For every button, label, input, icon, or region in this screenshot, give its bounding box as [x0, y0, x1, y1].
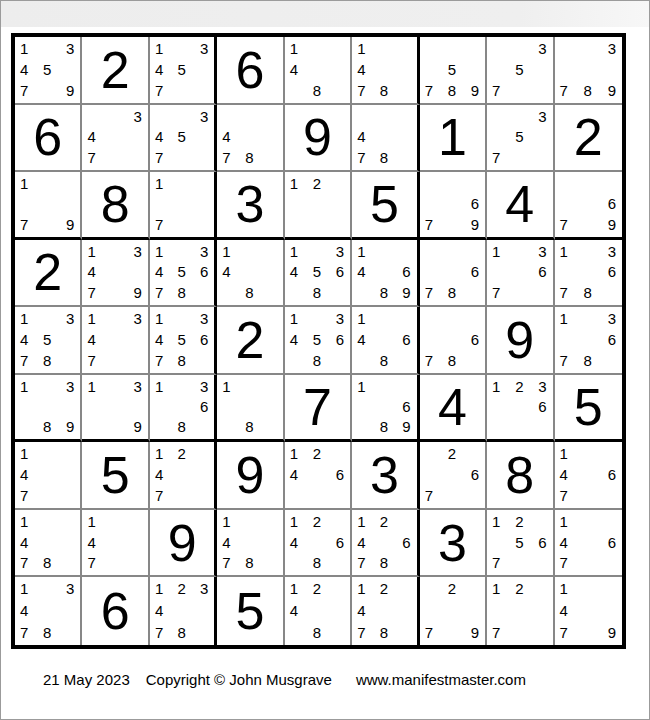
candidate-digit: 7 [560, 625, 568, 640]
cell-r2c6[interactable]: 478 [352, 105, 419, 173]
candidate-digit: 4 [357, 129, 365, 144]
candidate-digit: 7 [87, 285, 95, 300]
cell-r7c6[interactable]: 3 [352, 442, 419, 510]
candidate-digit: 8 [43, 555, 51, 570]
candidate-digit: 9 [608, 83, 616, 98]
candidate-digit: 4 [560, 467, 568, 482]
candidate-digit: 9 [402, 419, 410, 434]
cell-r2c5[interactable]: 9 [285, 105, 352, 173]
candidate-digit: 1 [290, 581, 298, 596]
given-digit: 8 [487, 442, 552, 508]
candidate-digit: 7 [425, 285, 433, 300]
candidate-digit: 1 [560, 514, 568, 529]
cell-r1c6[interactable]: 1478 [352, 37, 419, 105]
candidate-digit: 4 [20, 62, 28, 77]
candidate-digit: 8 [313, 83, 321, 98]
cell-r4c8[interactable]: 1367 [487, 240, 554, 308]
candidate-digit: 7 [492, 625, 500, 640]
candidate-digit: 7 [357, 150, 365, 165]
candidate-digit: 3 [538, 109, 546, 124]
candidate-digit: 5 [177, 62, 185, 77]
candidate-digit: 8 [380, 285, 388, 300]
candidate-digit: 2 [515, 581, 523, 596]
candidate-digit: 9 [608, 217, 616, 232]
cell-r7c2[interactable]: 5 [82, 442, 149, 510]
pencil-marks: 123478 [150, 577, 214, 645]
candidate-digit: 7 [560, 285, 568, 300]
pencil-marks: 13678 [555, 240, 622, 306]
candidate-digit: 6 [608, 535, 616, 550]
candidate-digit: 7 [87, 555, 95, 570]
candidate-digit: 6 [471, 196, 479, 211]
cell-r2c1[interactable]: 6 [15, 105, 82, 173]
pencil-marks: 1467 [555, 442, 622, 508]
candidate-digit: 1 [155, 581, 163, 596]
candidate-digit: 1 [357, 41, 365, 56]
cell-r8c8[interactable]: 12567 [487, 510, 554, 578]
cell-r3c1[interactable]: 179 [15, 172, 82, 240]
candidate-digit: 6 [402, 535, 410, 550]
cell-r4c2[interactable]: 13479 [82, 240, 149, 308]
candidate-digit: 4 [20, 535, 28, 550]
cell-r7c3[interactable]: 1247 [150, 442, 217, 510]
pencil-marks: 17 [150, 172, 214, 237]
candidate-digit: 4 [20, 467, 28, 482]
candidate-digit: 7 [20, 555, 28, 570]
candidate-digit: 1 [155, 176, 163, 191]
cell-r5c7[interactable]: 678 [420, 307, 487, 375]
candidate-digit: 1 [20, 581, 28, 596]
cell-r5c4[interactable]: 2 [217, 307, 284, 375]
cell-r9c4[interactable]: 5 [217, 577, 284, 645]
candidate-digit: 4 [87, 264, 95, 279]
candidate-digit: 4 [357, 62, 365, 77]
pencil-marks: 12478 [352, 577, 416, 645]
candidate-digit: 6 [471, 332, 479, 347]
candidate-digit: 8 [448, 83, 456, 98]
candidate-digit: 1 [222, 379, 230, 394]
candidate-digit: 3 [608, 311, 616, 326]
cell-r6c2[interactable]: 139 [82, 375, 149, 443]
cell-r7c8[interactable]: 8 [487, 442, 554, 510]
pencil-marks: 679 [420, 172, 485, 237]
pencil-marks: 1478 [15, 510, 80, 576]
cell-r8c4[interactable]: 1478 [217, 510, 284, 578]
footer: 21 May 2023Copyright © John Musgravewww.… [43, 671, 526, 688]
candidate-digit: 8 [380, 83, 388, 98]
cell-r3c7[interactable]: 679 [420, 172, 487, 240]
footer-website: www.manifestmaster.com [356, 671, 526, 688]
page-header-strip [1, 1, 649, 27]
cell-r9c2[interactable]: 6 [82, 577, 149, 645]
given-digit: 1 [420, 105, 485, 171]
candidate-digit: 7 [20, 488, 28, 503]
candidate-digit: 7 [87, 353, 95, 368]
candidate-digit: 8 [245, 555, 253, 570]
cell-r3c8[interactable]: 4 [487, 172, 554, 240]
candidate-digit: 6 [336, 467, 344, 482]
given-digit: 9 [285, 105, 350, 171]
candidate-digit: 7 [20, 353, 28, 368]
given-digit: 4 [420, 375, 485, 440]
cell-r6c9[interactable]: 5 [555, 375, 622, 443]
candidate-digit: 7 [222, 555, 230, 570]
pencil-marks: 18 [217, 375, 282, 440]
candidate-digit: 6 [608, 332, 616, 347]
pencil-marks: 1345678 [150, 307, 214, 373]
cell-r6c4[interactable]: 18 [217, 375, 284, 443]
cell-r1c3[interactable]: 13457 [150, 37, 217, 105]
pencil-marks: 13678 [555, 307, 622, 373]
candidate-digit: 4 [290, 535, 298, 550]
candidate-digit: 7 [560, 488, 568, 503]
candidate-digit: 4 [222, 129, 230, 144]
candidate-digit: 4 [290, 467, 298, 482]
candidate-digit: 4 [357, 535, 365, 550]
candidate-digit: 7 [560, 353, 568, 368]
candidate-digit: 4 [20, 332, 28, 347]
cell-r1c9[interactable]: 3789 [555, 37, 622, 105]
pencil-marks: 1478 [217, 510, 282, 576]
pencil-marks: 5789 [420, 37, 485, 103]
candidate-digit: 7 [155, 488, 163, 503]
candidate-digit: 6 [538, 535, 546, 550]
cell-r1c1[interactable]: 134579 [15, 37, 82, 105]
pencil-marks: 357 [487, 105, 552, 171]
candidate-digit: 1 [290, 514, 298, 529]
cell-r2c4[interactable]: 478 [217, 105, 284, 173]
candidate-digit: 4 [222, 535, 230, 550]
candidate-digit: 4 [357, 603, 365, 618]
candidate-digit: 7 [492, 150, 500, 165]
pencil-marks: 679 [555, 172, 622, 237]
candidate-digit: 3 [200, 379, 208, 394]
candidate-digit: 9 [134, 285, 142, 300]
candidate-digit: 3 [200, 581, 208, 596]
candidate-digit: 1 [290, 176, 298, 191]
pencil-marks: 127 [487, 577, 552, 645]
candidate-digit: 7 [492, 285, 500, 300]
cell-r6c5[interactable]: 7 [285, 375, 352, 443]
given-digit: 9 [217, 442, 282, 508]
pencil-marks: 1468 [352, 307, 416, 373]
candidate-digit: 1 [20, 514, 28, 529]
pencil-marks: 1479 [555, 577, 622, 645]
candidate-digit: 1 [357, 581, 365, 596]
given-digit: 9 [150, 510, 214, 576]
candidate-digit: 1 [87, 244, 95, 259]
candidate-digit: 7 [87, 150, 95, 165]
candidate-digit: 8 [448, 353, 456, 368]
pencil-marks: 279 [420, 577, 485, 645]
candidate-digit: 9 [471, 83, 479, 98]
given-digit: 7 [285, 375, 350, 440]
pencil-marks: 134568 [285, 240, 350, 306]
candidate-digit: 6 [336, 264, 344, 279]
candidate-digit: 2 [515, 514, 523, 529]
candidate-digit: 7 [560, 83, 568, 98]
cell-r2c8[interactable]: 357 [487, 105, 554, 173]
pencil-marks: 124678 [352, 510, 416, 576]
cell-r4c7[interactable]: 678 [420, 240, 487, 308]
candidate-digit: 9 [66, 83, 74, 98]
candidate-digit: 2 [515, 379, 523, 394]
candidate-digit: 1 [20, 176, 28, 191]
candidate-digit: 3 [200, 311, 208, 326]
candidate-digit: 8 [584, 285, 592, 300]
candidate-digit: 1 [155, 379, 163, 394]
candidate-digit: 4 [20, 603, 28, 618]
candidate-digit: 8 [177, 625, 185, 640]
cell-r5c8[interactable]: 9 [487, 307, 554, 375]
cell-r6c3[interactable]: 1368 [150, 375, 217, 443]
candidate-digit: 6 [336, 332, 344, 347]
cell-r8c7[interactable]: 3 [420, 510, 487, 578]
candidate-digit: 6 [402, 399, 410, 414]
cell-r9c1[interactable]: 13478 [15, 577, 82, 645]
cell-r3c4[interactable]: 3 [217, 172, 284, 240]
sudoku-board: 1345792134576148147857893573789634734574… [11, 33, 626, 649]
candidate-digit: 1 [492, 581, 500, 596]
candidate-digit: 1 [155, 311, 163, 326]
candidate-digit: 4 [560, 603, 568, 618]
cell-r8c9[interactable]: 1467 [555, 510, 622, 578]
candidate-digit: 7 [20, 217, 28, 232]
candidate-digit: 7 [560, 555, 568, 570]
candidate-digit: 6 [402, 264, 410, 279]
pencil-marks: 1689 [352, 375, 416, 440]
pencil-marks: 1246 [285, 442, 350, 508]
candidate-digit: 6 [471, 467, 479, 482]
cell-r2c7[interactable]: 1 [420, 105, 487, 173]
given-digit: 9 [487, 307, 552, 373]
candidate-digit: 1 [492, 514, 500, 529]
candidate-digit: 4 [155, 62, 163, 77]
candidate-digit: 7 [357, 555, 365, 570]
candidate-digit: 7 [492, 555, 500, 570]
candidate-digit: 4 [357, 264, 365, 279]
candidate-digit: 7 [425, 353, 433, 368]
cell-r3c9[interactable]: 679 [555, 172, 622, 240]
candidate-digit: 4 [560, 535, 568, 550]
candidate-digit: 3 [336, 311, 344, 326]
pencil-marks: 148 [285, 37, 350, 103]
pencil-marks: 678 [420, 240, 485, 306]
candidate-digit: 1 [155, 41, 163, 56]
candidate-digit: 8 [313, 285, 321, 300]
candidate-digit: 1 [492, 379, 500, 394]
candidate-digit: 2 [380, 514, 388, 529]
candidate-digit: 8 [584, 353, 592, 368]
cell-r6c8[interactable]: 1236 [487, 375, 554, 443]
pencil-marks: 148 [217, 240, 282, 306]
cell-r9c6[interactable]: 12478 [352, 577, 419, 645]
cell-r7c9[interactable]: 1467 [555, 442, 622, 510]
candidate-digit: 3 [608, 244, 616, 259]
pencil-marks: 1467 [555, 510, 622, 576]
candidate-digit: 1 [290, 244, 298, 259]
pencil-marks: 1478 [352, 37, 416, 103]
cell-r2c2[interactable]: 347 [82, 105, 149, 173]
candidate-digit: 2 [380, 581, 388, 596]
given-digit: 5 [555, 375, 622, 440]
candidate-digit: 6 [538, 399, 546, 414]
cell-r7c7[interactable]: 267 [420, 442, 487, 510]
candidate-digit: 1 [492, 244, 500, 259]
cell-r1c5[interactable]: 148 [285, 37, 352, 105]
cell-r1c2[interactable]: 2 [82, 37, 149, 105]
given-digit: 5 [82, 442, 147, 508]
footer-date: 21 May 2023 [43, 671, 130, 688]
cell-r4c5[interactable]: 134568 [285, 240, 352, 308]
candidate-digit: 9 [134, 419, 142, 434]
cell-r5c3[interactable]: 1345678 [150, 307, 217, 375]
given-digit: 4 [487, 172, 552, 237]
cell-r2c9[interactable]: 2 [555, 105, 622, 173]
cell-r6c1[interactable]: 1389 [15, 375, 82, 443]
candidate-digit: 6 [471, 264, 479, 279]
cell-r5c5[interactable]: 134568 [285, 307, 352, 375]
cell-r9c5[interactable]: 1248 [285, 577, 352, 645]
given-digit: 2 [555, 105, 622, 171]
candidate-digit: 8 [177, 353, 185, 368]
given-digit: 6 [15, 105, 80, 171]
pencil-marks: 13479 [82, 240, 147, 306]
candidate-digit: 8 [177, 285, 185, 300]
cell-r5c1[interactable]: 134578 [15, 307, 82, 375]
pencil-marks: 1345678 [150, 240, 214, 306]
candidate-digit: 8 [448, 285, 456, 300]
candidate-digit: 1 [87, 379, 95, 394]
cell-r7c5[interactable]: 1246 [285, 442, 352, 510]
candidate-digit: 2 [177, 581, 185, 596]
cell-r6c6[interactable]: 1689 [352, 375, 419, 443]
candidate-digit: 1 [357, 379, 365, 394]
pencil-marks: 147 [15, 442, 80, 508]
cell-r1c8[interactable]: 357 [487, 37, 554, 105]
cell-r3c2[interactable]: 8 [82, 172, 149, 240]
cell-r4c9[interactable]: 13678 [555, 240, 622, 308]
candidate-digit: 1 [357, 311, 365, 326]
candidate-digit: 7 [155, 625, 163, 640]
pencil-marks: 478 [217, 105, 282, 171]
pencil-marks: 13478 [15, 577, 80, 645]
candidate-digit: 8 [380, 353, 388, 368]
cell-r6c7[interactable]: 4 [420, 375, 487, 443]
candidate-digit: 2 [313, 581, 321, 596]
candidate-digit: 4 [290, 603, 298, 618]
candidate-digit: 5 [448, 62, 456, 77]
candidate-digit: 7 [155, 150, 163, 165]
cell-r7c4[interactable]: 9 [217, 442, 284, 510]
candidate-digit: 9 [608, 625, 616, 640]
cell-r5c6[interactable]: 1468 [352, 307, 419, 375]
cell-r1c4[interactable]: 6 [217, 37, 284, 105]
cell-r8c1[interactable]: 1478 [15, 510, 82, 578]
candidate-digit: 1 [290, 446, 298, 461]
candidate-digit: 5 [515, 62, 523, 77]
candidate-digit: 9 [471, 217, 479, 232]
pencil-marks: 1389 [15, 375, 80, 440]
pencil-marks: 134578 [15, 307, 80, 373]
candidate-digit: 8 [380, 555, 388, 570]
candidate-digit: 8 [43, 419, 51, 434]
cell-r3c3[interactable]: 17 [150, 172, 217, 240]
cell-r9c8[interactable]: 127 [487, 577, 554, 645]
candidate-digit: 8 [584, 83, 592, 98]
cell-r5c2[interactable]: 1347 [82, 307, 149, 375]
cell-r3c5[interactable]: 12 [285, 172, 352, 240]
pencil-marks: 1247 [150, 442, 214, 508]
cell-r9c3[interactable]: 123478 [150, 577, 217, 645]
candidate-digit: 2 [448, 446, 456, 461]
candidate-digit: 8 [43, 353, 51, 368]
candidate-digit: 3 [134, 311, 142, 326]
given-digit: 2 [217, 307, 282, 373]
cell-r9c7[interactable]: 279 [420, 577, 487, 645]
candidate-digit: 9 [66, 419, 74, 434]
given-digit: 3 [352, 442, 416, 508]
candidate-digit: 9 [402, 285, 410, 300]
candidate-digit: 3 [538, 379, 546, 394]
candidate-digit: 8 [380, 625, 388, 640]
candidate-digit: 4 [155, 603, 163, 618]
candidate-digit: 7 [20, 83, 28, 98]
candidate-digit: 7 [357, 83, 365, 98]
cell-r8c2[interactable]: 147 [82, 510, 149, 578]
candidate-digit: 1 [87, 514, 95, 529]
pencil-marks: 147 [82, 510, 147, 576]
candidate-digit: 1 [20, 41, 28, 56]
cell-r5c9[interactable]: 13678 [555, 307, 622, 375]
cell-r4c4[interactable]: 148 [217, 240, 284, 308]
cell-r1c7[interactable]: 5789 [420, 37, 487, 105]
candidate-digit: 5 [43, 332, 51, 347]
candidate-digit: 5 [177, 332, 185, 347]
pencil-marks: 3789 [555, 37, 622, 103]
cell-r3c6[interactable]: 5 [352, 172, 419, 240]
candidate-digit: 1 [560, 244, 568, 259]
cell-r8c5[interactable]: 12468 [285, 510, 352, 578]
candidate-digit: 6 [608, 264, 616, 279]
candidate-digit: 1 [290, 311, 298, 326]
cell-r8c3[interactable]: 9 [150, 510, 217, 578]
pencil-marks: 478 [352, 105, 416, 171]
candidate-digit: 7 [425, 625, 433, 640]
given-digit: 3 [420, 510, 485, 576]
pencil-marks: 13457 [150, 37, 214, 103]
candidate-digit: 5 [43, 62, 51, 77]
cell-r4c1[interactable]: 2 [15, 240, 82, 308]
candidate-digit: 8 [313, 625, 321, 640]
cell-r4c3[interactable]: 1345678 [150, 240, 217, 308]
candidate-digit: 1 [222, 514, 230, 529]
pencil-marks: 134579 [15, 37, 80, 103]
candidate-digit: 8 [313, 555, 321, 570]
candidate-digit: 5 [515, 535, 523, 550]
cell-r4c6[interactable]: 14689 [352, 240, 419, 308]
candidate-digit: 1 [20, 311, 28, 326]
cell-r9c9[interactable]: 1479 [555, 577, 622, 645]
cell-r2c3[interactable]: 3457 [150, 105, 217, 173]
cell-r7c1[interactable]: 147 [15, 442, 82, 510]
candidate-digit: 7 [425, 488, 433, 503]
candidate-digit: 2 [313, 176, 321, 191]
cell-r8c6[interactable]: 124678 [352, 510, 419, 578]
candidate-digit: 1 [20, 379, 28, 394]
candidate-digit: 4 [155, 264, 163, 279]
candidate-digit: 1 [357, 514, 365, 529]
